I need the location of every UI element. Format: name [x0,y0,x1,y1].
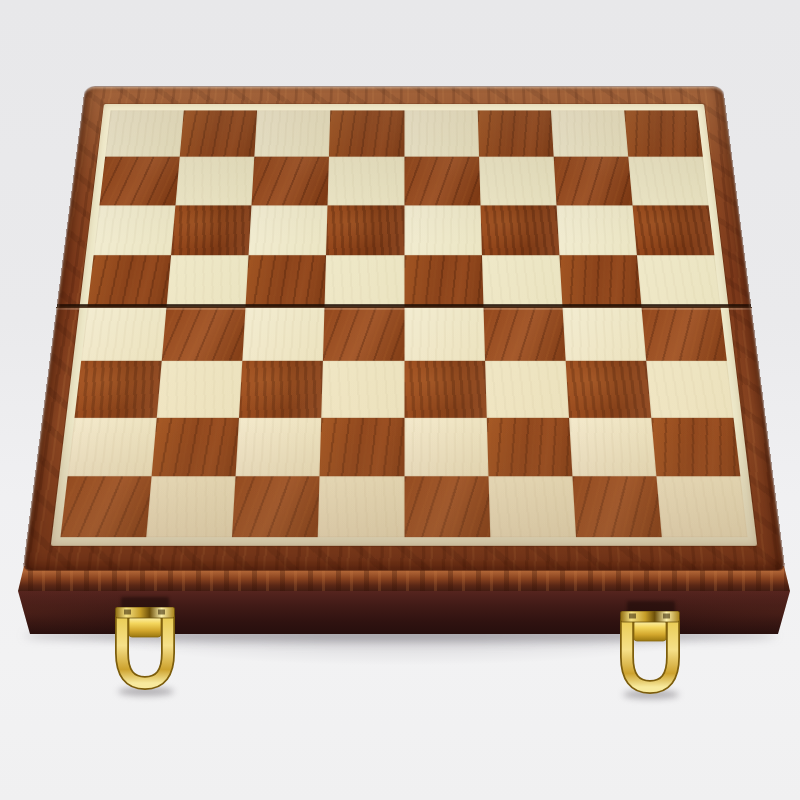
clasp-left [114,607,176,690]
square-g7 [553,157,632,205]
square-d1 [318,476,404,537]
clasp-right [619,611,681,694]
clasp-barrel [129,616,161,637]
square-b8 [180,110,257,156]
square-b4 [162,307,246,361]
square-c5 [246,255,327,307]
square-a2 [68,417,157,476]
square-g2 [569,417,657,476]
square-c6 [249,205,328,255]
square-f5 [482,255,563,307]
square-b7 [176,157,255,205]
square-a8 [105,110,184,156]
square-a7 [99,157,179,205]
square-f3 [485,361,569,417]
square-e4 [404,307,485,361]
square-g4 [562,307,646,361]
square-e2 [404,417,488,476]
square-c1 [232,476,320,537]
square-c7 [252,157,330,205]
clasp-barrel [634,620,666,641]
square-b1 [146,476,235,537]
square-d3 [322,361,404,417]
square-f8 [477,110,553,156]
square-c4 [243,307,325,361]
square-a4 [81,307,166,361]
square-e1 [404,476,490,537]
square-h8 [624,110,703,156]
square-f2 [486,417,572,476]
square-d8 [329,110,404,156]
square-b6 [171,205,252,255]
square-c3 [239,361,323,417]
square-g5 [559,255,641,307]
square-e8 [404,110,479,156]
square-g1 [572,476,661,537]
square-h5 [637,255,721,307]
square-a6 [94,205,176,255]
square-e5 [404,255,483,307]
chess-board [60,110,747,537]
square-d4 [323,307,404,361]
square-d5 [325,255,404,307]
square-e3 [404,361,486,417]
square-f1 [488,476,576,537]
square-h6 [632,205,714,255]
chess-board-lid [24,87,785,570]
square-a5 [88,255,172,307]
board-margin [51,104,758,546]
square-h4 [641,307,726,361]
fold-seam [56,304,751,308]
square-h3 [646,361,733,417]
square-h7 [628,157,708,205]
square-d7 [328,157,404,205]
square-f6 [480,205,559,255]
square-g8 [551,110,628,156]
square-f7 [479,157,557,205]
square-g6 [556,205,637,255]
square-d2 [320,417,404,476]
square-e6 [404,205,482,255]
square-d6 [326,205,404,255]
square-c8 [255,110,331,156]
square-b5 [167,255,249,307]
product-photo-scene [0,0,800,800]
square-a3 [75,361,162,417]
square-b2 [152,417,240,476]
square-c2 [236,417,322,476]
square-h1 [656,476,747,537]
square-b3 [157,361,243,417]
square-h2 [651,417,740,476]
square-f4 [483,307,565,361]
square-e7 [404,157,480,205]
square-g3 [565,361,651,417]
square-a1 [60,476,151,537]
